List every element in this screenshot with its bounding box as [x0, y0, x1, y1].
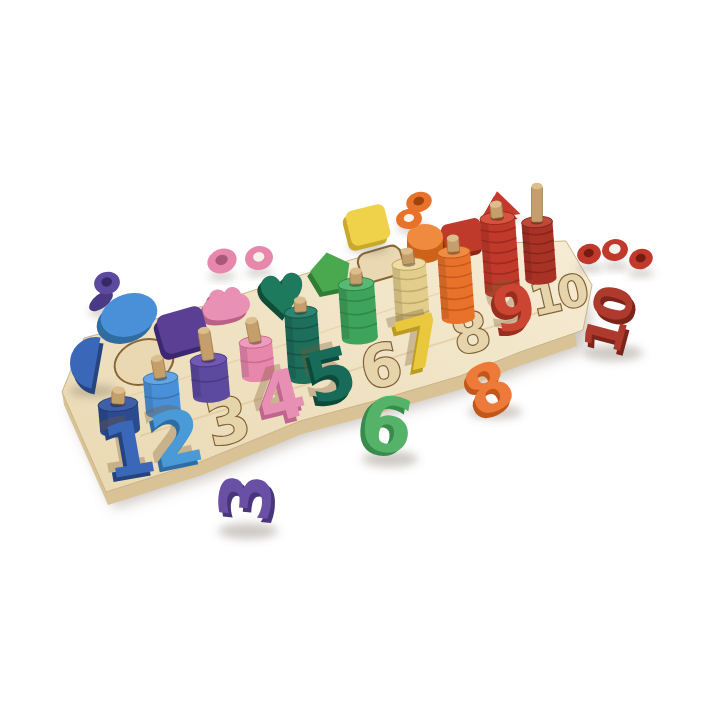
shadow [603, 262, 629, 270]
wooden-peg [350, 267, 362, 284]
shadow [577, 264, 603, 272]
toy-scene: 36810♥♥9997775554442221111010886633 [0, 0, 720, 720]
wooden-peg [446, 234, 459, 252]
wooden-peg [294, 296, 307, 312]
loose-ring-pink-1[interactable] [204, 244, 241, 277]
wooden-peg [401, 247, 415, 265]
svg-text:3: 3 [204, 469, 290, 525]
shadow [628, 269, 654, 277]
number-piece-3[interactable]: 33 [203, 469, 293, 529]
wooden-peg [489, 200, 503, 219]
loose-ring-purple[interactable] [92, 269, 123, 297]
loose-ring-red-3[interactable] [626, 245, 655, 272]
product-photo-stage: 36810♥♥9997775554442221111010886633 [0, 0, 720, 720]
wooden-peg [532, 183, 543, 222]
loose-ring-red-2[interactable] [600, 237, 629, 263]
